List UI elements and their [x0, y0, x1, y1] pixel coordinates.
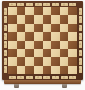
square-f8[interactable] — [51, 7, 60, 15]
square-cell-e3 — [43, 49, 52, 57]
square-cell-d8 — [34, 7, 43, 15]
square-cell-g3 — [60, 49, 69, 57]
square-cell-c3 — [25, 49, 34, 57]
square-cell-d5 — [34, 32, 43, 40]
square-cell-e8 — [43, 7, 52, 15]
coordinate-chip: e — [43, 3, 50, 6]
coord-rank-5-right: 5 — [77, 32, 83, 40]
square-cell-b5 — [17, 32, 26, 40]
coordinate-chip: b — [17, 76, 24, 79]
square-e5[interactable] — [43, 32, 52, 40]
square-cell-h6 — [68, 24, 77, 32]
coordinate-chip: f — [52, 76, 59, 79]
square-c5[interactable] — [25, 32, 34, 40]
square-b8[interactable] — [17, 7, 26, 15]
square-cell-g8 — [60, 7, 69, 15]
square-cell-f8 — [51, 7, 60, 15]
square-cell-h3 — [68, 49, 77, 57]
square-a2[interactable] — [8, 57, 17, 65]
square-h6[interactable] — [68, 24, 77, 32]
square-g2[interactable] — [60, 57, 69, 65]
square-h4[interactable] — [68, 41, 77, 49]
square-c2[interactable] — [25, 57, 34, 65]
coordinate-chip: 6 — [4, 25, 7, 32]
square-a4[interactable] — [8, 41, 17, 49]
square-h5[interactable] — [68, 32, 77, 40]
square-e1[interactable] — [43, 66, 52, 74]
coordinate-chip: a — [9, 3, 16, 6]
square-e8[interactable] — [43, 7, 52, 15]
square-g3[interactable] — [60, 49, 69, 57]
square-d8[interactable] — [34, 7, 43, 15]
square-cell-g1 — [60, 66, 69, 74]
coordinate-chip: h — [69, 3, 76, 6]
coordinate-chip: 3 — [79, 50, 82, 57]
coord-rank-3-right: 3 — [77, 49, 83, 57]
square-d2[interactable] — [34, 57, 43, 65]
square-b1[interactable] — [17, 66, 26, 74]
square-cell-g4 — [60, 41, 69, 49]
square-f4[interactable] — [51, 41, 60, 49]
coordinate-chip: f — [52, 3, 59, 6]
coord-rank-7-right: 7 — [77, 15, 83, 23]
coordinate-chip: 7 — [4, 16, 7, 23]
square-cell-d3 — [34, 49, 43, 57]
coord-rank-8-right: 8 — [77, 7, 83, 15]
coordinate-chip: 5 — [79, 33, 82, 40]
square-cell-a3 — [8, 49, 17, 57]
square-f5[interactable] — [51, 32, 60, 40]
square-h3[interactable] — [68, 49, 77, 57]
square-a3[interactable] — [8, 49, 17, 57]
coordinate-chip: 4 — [79, 41, 82, 48]
square-h7[interactable] — [68, 15, 77, 23]
square-g7[interactable] — [60, 15, 69, 23]
square-e2[interactable] — [43, 57, 52, 65]
square-cell-c2 — [25, 57, 34, 65]
square-f7[interactable] — [51, 15, 60, 23]
square-c4[interactable] — [25, 41, 34, 49]
coord-rank-4-right: 4 — [77, 41, 83, 49]
square-cell-d1 — [34, 66, 43, 74]
coordinate-chip: 4 — [4, 41, 7, 48]
square-cell-e2 — [43, 57, 52, 65]
square-e3[interactable] — [43, 49, 52, 57]
square-a5[interactable] — [8, 32, 17, 40]
square-cell-d2 — [34, 57, 43, 65]
square-e4[interactable] — [43, 41, 52, 49]
square-a7[interactable] — [8, 15, 17, 23]
square-f2[interactable] — [51, 57, 60, 65]
square-cell-c4 — [25, 41, 34, 49]
square-cell-a2 — [8, 57, 17, 65]
coordinate-chip: 3 — [4, 50, 7, 57]
square-g8[interactable] — [60, 7, 69, 15]
square-cell-a6 — [8, 24, 17, 32]
square-cell-f2 — [51, 57, 60, 65]
square-g5[interactable] — [60, 32, 69, 40]
coordinate-chip: 8 — [4, 8, 7, 15]
coordinate-chip: 1 — [4, 66, 7, 73]
coordinate-chip: a — [9, 76, 16, 79]
square-cell-b7 — [17, 15, 26, 23]
hinge-right — [62, 84, 67, 88]
coordinate-chip: d — [35, 3, 42, 6]
square-c1[interactable] — [25, 66, 34, 74]
coordinate-chip: b — [17, 3, 24, 6]
coordinate-chip: d — [35, 76, 42, 79]
square-cell-a7 — [8, 15, 17, 23]
square-cell-e7 — [43, 15, 52, 23]
square-cell-d7 — [34, 15, 43, 23]
square-cell-b6 — [17, 24, 26, 32]
square-f1[interactable] — [51, 66, 60, 74]
square-cell-d6 — [34, 24, 43, 32]
square-cell-c6 — [25, 24, 34, 32]
square-cell-h5 — [68, 32, 77, 40]
coordinate-chip: g — [61, 3, 68, 6]
coordinate-chip: g — [61, 76, 68, 79]
square-cell-h4 — [68, 41, 77, 49]
square-d3[interactable] — [34, 49, 43, 57]
square-b5[interactable] — [17, 32, 26, 40]
chess-board: abcdefgh8877665544332211abcdefgh — [2, 1, 83, 80]
square-h1[interactable] — [68, 66, 77, 74]
square-cell-c7 — [25, 15, 34, 23]
square-cell-f6 — [51, 24, 60, 32]
coord-rank-2-right: 2 — [77, 57, 83, 65]
coord-rank-1-right: 1 — [77, 66, 83, 74]
square-b3[interactable] — [17, 49, 26, 57]
square-cell-f3 — [51, 49, 60, 57]
square-a8[interactable] — [8, 7, 17, 15]
square-cell-c1 — [25, 66, 34, 74]
square-b4[interactable] — [17, 41, 26, 49]
square-cell-g6 — [60, 24, 69, 32]
square-c3[interactable] — [25, 49, 34, 57]
square-e6[interactable] — [43, 24, 52, 32]
square-d7[interactable] — [34, 15, 43, 23]
square-d1[interactable] — [34, 66, 43, 74]
coordinate-chip: e — [43, 76, 50, 79]
coord-rank-6-right: 6 — [77, 24, 83, 32]
square-d4[interactable] — [34, 41, 43, 49]
square-cell-f7 — [51, 15, 60, 23]
square-c8[interactable] — [25, 7, 34, 15]
coordinate-chip: 1 — [79, 66, 82, 73]
square-cell-e4 — [43, 41, 52, 49]
square-h8[interactable] — [68, 7, 77, 15]
square-cell-c8 — [25, 7, 34, 15]
square-f6[interactable] — [51, 24, 60, 32]
square-cell-a5 — [8, 32, 17, 40]
square-g4[interactable] — [60, 41, 69, 49]
square-cell-g7 — [60, 15, 69, 23]
square-cell-a1 — [8, 66, 17, 74]
square-b2[interactable] — [17, 57, 26, 65]
square-cell-b8 — [17, 7, 26, 15]
square-cell-b4 — [17, 41, 26, 49]
square-cell-a4 — [8, 41, 17, 49]
square-c6[interactable] — [25, 24, 34, 32]
square-cell-h2 — [68, 57, 77, 65]
square-g1[interactable] — [60, 66, 69, 74]
square-cell-b3 — [17, 49, 26, 57]
square-cell-f5 — [51, 32, 60, 40]
square-cell-e5 — [43, 32, 52, 40]
square-f3[interactable] — [51, 49, 60, 57]
square-h2[interactable] — [68, 57, 77, 65]
coordinate-chip: 7 — [79, 16, 82, 23]
square-a6[interactable] — [8, 24, 17, 32]
square-g6[interactable] — [60, 24, 69, 32]
square-cell-f4 — [51, 41, 60, 49]
hinge-left — [14, 84, 19, 88]
coordinate-chip: h — [69, 76, 76, 79]
coordinate-chip: 5 — [4, 33, 7, 40]
square-b6[interactable] — [17, 24, 26, 32]
square-cell-e6 — [43, 24, 52, 32]
square-a1[interactable] — [8, 66, 17, 74]
coordinate-chip: c — [26, 3, 33, 6]
square-cell-b1 — [17, 66, 26, 74]
square-b7[interactable] — [17, 15, 26, 23]
square-d6[interactable] — [34, 24, 43, 32]
square-cell-c5 — [25, 32, 34, 40]
coordinate-chip: 2 — [79, 58, 82, 65]
square-cell-h8 — [68, 7, 77, 15]
square-cell-h1 — [68, 66, 77, 74]
square-cell-g5 — [60, 32, 69, 40]
square-c7[interactable] — [25, 15, 34, 23]
square-cell-d4 — [34, 41, 43, 49]
square-cell-b2 — [17, 57, 26, 65]
coordinate-chip: 2 — [4, 58, 7, 65]
square-cell-h7 — [68, 15, 77, 23]
coordinate-chip: 8 — [79, 8, 82, 15]
square-cell-f1 — [51, 66, 60, 74]
square-e7[interactable] — [43, 15, 52, 23]
coordinate-chip: 6 — [79, 25, 82, 32]
square-cell-e1 — [43, 66, 52, 74]
square-cell-g2 — [60, 57, 69, 65]
square-d5[interactable] — [34, 32, 43, 40]
coordinate-chip: c — [26, 76, 33, 79]
square-cell-a8 — [8, 7, 17, 15]
